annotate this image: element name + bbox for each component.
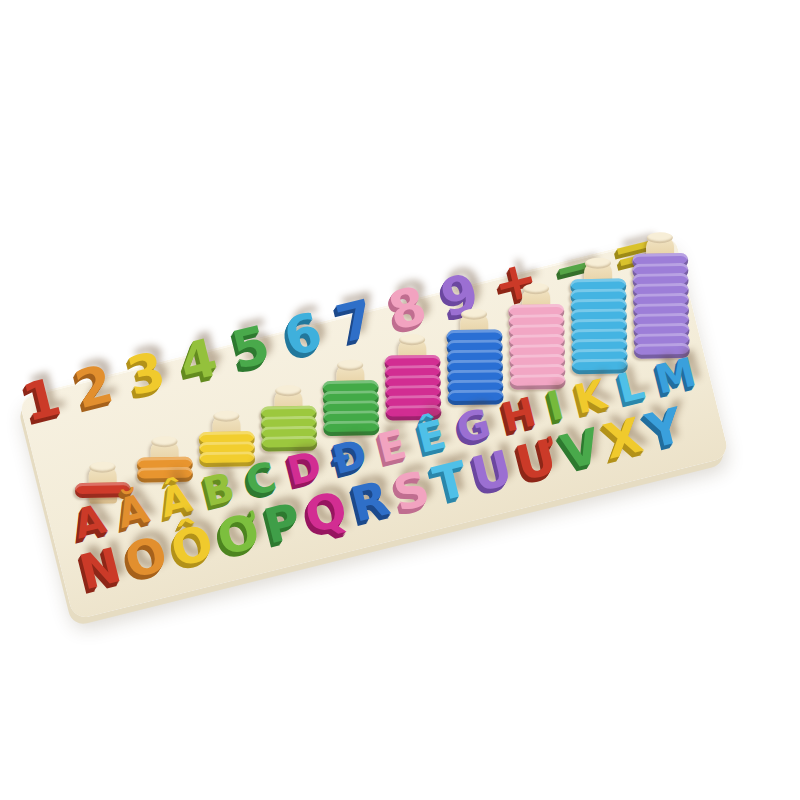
letter-piece-N: N	[75, 541, 125, 597]
letter-piece-Ư: Ư	[511, 432, 561, 488]
wooden-puzzle-board: 123456789+−= AĂÂBCDĐEÊGHIKLM NOÔƠPQRSTUƯ…	[18, 234, 730, 621]
ring-stack-9	[570, 261, 628, 374]
ring-stack-8	[508, 287, 566, 390]
letter-piece-Ơ: Ơ	[213, 506, 264, 562]
letter-piece-L: L	[614, 364, 647, 409]
letter-piece-Q: Q	[300, 484, 350, 540]
letter-piece-Y: Y	[642, 401, 686, 456]
letter-piece-E: E	[374, 424, 409, 469]
letter-piece-I: I	[543, 385, 566, 427]
letter-piece-Ê: Ê	[413, 414, 448, 459]
ring-stack-5	[322, 363, 379, 436]
letter-piece-U: U	[467, 443, 515, 499]
letter-piece-P: P	[260, 496, 305, 551]
letter-piece-O: O	[120, 529, 170, 585]
letter-piece-C: C	[242, 456, 279, 502]
letter-piece-M: M	[651, 352, 698, 400]
letter-piece-X: X	[599, 411, 646, 466]
ring-stack-10	[632, 236, 690, 359]
letter-piece-T: T	[429, 454, 471, 508]
letter-piece-Ô: Ô	[166, 518, 216, 574]
letter-piece-R: R	[346, 474, 393, 529]
ring-stack-6	[384, 338, 441, 421]
ring-stack-7	[446, 312, 504, 405]
letter-piece-S: S	[389, 464, 433, 519]
product-photo-background: 123456789+−= AĂÂBCDĐEÊGHIKLM NOÔƠPQRSTUƯ…	[0, 0, 800, 800]
letter-piece-V: V	[557, 421, 604, 476]
